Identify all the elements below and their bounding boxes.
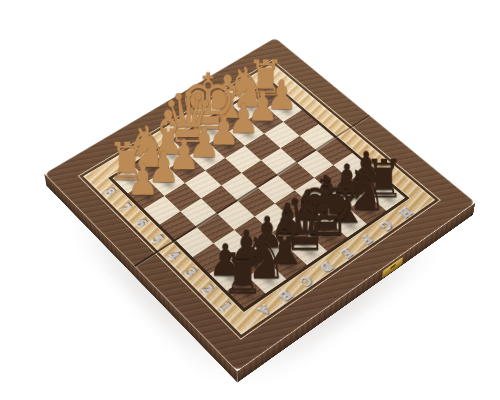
chess-board-box: 12345678ABCDEFGH ♜♞♝♛♚♝♞♜♟♟♟♟♟♟♟♟♟♟♟♟♟♟♟…: [44, 38, 475, 372]
piece-dark-rook-a1[interactable]: ♜: [222, 246, 264, 301]
photo-scene: 12345678ABCDEFGH ♜♞♝♛♚♝♞♜♟♟♟♟♟♟♟♟♟♟♟♟♟♟♟…: [0, 0, 500, 400]
piece-light-pawn-a7[interactable]: ♟: [127, 160, 159, 202]
